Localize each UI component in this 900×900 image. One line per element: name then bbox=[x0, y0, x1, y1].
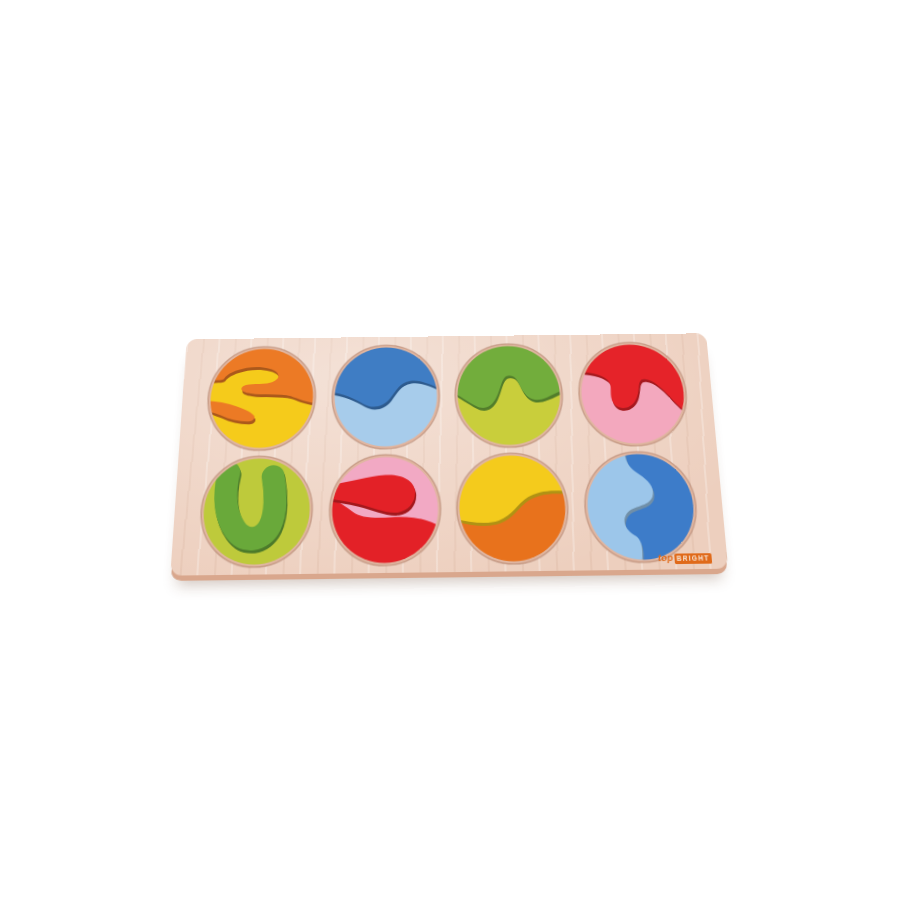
circle-svg-r1c3 bbox=[453, 341, 567, 450]
circle-svg-r1c4 bbox=[574, 340, 692, 448]
circle-svg-r2c2 bbox=[326, 452, 443, 568]
product-photo: topbright bbox=[0, 0, 900, 900]
puzzle-grid bbox=[170, 333, 728, 575]
puzzle-circle-r1c3[interactable] bbox=[449, 341, 571, 450]
puzzle-circle-r2c1[interactable] bbox=[191, 454, 319, 571]
piece-group bbox=[183, 442, 327, 582]
puzzle-board: topbright bbox=[170, 333, 728, 575]
circle-svg-r1c2 bbox=[329, 343, 442, 452]
piece-group bbox=[563, 329, 705, 459]
piece-group bbox=[314, 441, 455, 581]
puzzle-circle-r2c3[interactable] bbox=[451, 450, 577, 566]
circle-svg-r2c1 bbox=[195, 454, 315, 570]
circle-svg-r1c1 bbox=[203, 344, 319, 453]
piece-group bbox=[317, 332, 453, 462]
puzzle-circle-r2c2[interactable] bbox=[322, 452, 447, 568]
puzzle-circle-r1c4[interactable] bbox=[571, 340, 697, 449]
base-piece-lime[interactable] bbox=[183, 442, 327, 582]
circle-svg-r2c4 bbox=[580, 449, 703, 565]
puzzle-circle-r2c4[interactable] bbox=[576, 449, 707, 565]
brand-logo-badge-text: bright bbox=[674, 553, 712, 564]
puzzle-circle-r1c1[interactable] bbox=[199, 344, 323, 453]
piece-group bbox=[443, 439, 585, 579]
brand-logo-script-text: top bbox=[658, 553, 674, 564]
piece-group bbox=[191, 334, 330, 465]
brand-logo: topbright bbox=[658, 552, 713, 564]
puzzle-circle-r1c2[interactable] bbox=[325, 343, 446, 452]
piece-group bbox=[442, 331, 579, 461]
circle-svg-r2c3 bbox=[454, 451, 573, 567]
